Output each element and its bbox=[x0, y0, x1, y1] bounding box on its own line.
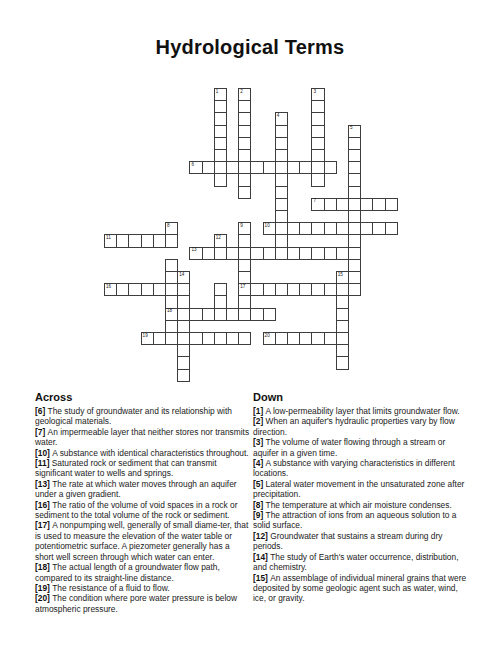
clue-9: [9] The attraction of ions from an aqueo… bbox=[253, 510, 468, 531]
clue-number-label-7: [7] bbox=[35, 427, 48, 437]
grid-cell-r6c12[interactable] bbox=[250, 161, 263, 174]
grid-cell-r3c20[interactable]: 5 bbox=[348, 125, 361, 138]
grid-cell-r12c9[interactable]: 12 bbox=[214, 234, 227, 247]
grid-cell-r16c17[interactable] bbox=[311, 283, 324, 296]
grid-cell-r16c13[interactable] bbox=[263, 283, 276, 296]
clue-number-11: 11 bbox=[106, 236, 111, 241]
grid-cell-r16c12[interactable] bbox=[250, 283, 263, 296]
clue-15: [15] An assemblage of individual mineral… bbox=[253, 573, 468, 604]
grid-cell-r17c19[interactable] bbox=[336, 295, 349, 308]
down-clue-list: [1] A low-permeability layer that limits… bbox=[253, 406, 468, 604]
clue-2: [2] When an aquifer's hydraulic properti… bbox=[253, 416, 468, 437]
grid-cell-r11c23[interactable] bbox=[385, 222, 398, 235]
grid-cell-r7c14[interactable] bbox=[275, 173, 288, 186]
grid-cell-r13c9[interactable] bbox=[214, 247, 227, 260]
clue-18: [18] The actual length of a groundwater … bbox=[35, 562, 250, 583]
grid-cell-r12c11[interactable] bbox=[238, 234, 251, 247]
clue-number-17: 17 bbox=[240, 285, 245, 290]
grid-cell-r6c8[interactable] bbox=[202, 161, 215, 174]
grid-cell-r13c20[interactable] bbox=[348, 247, 361, 260]
clue-number-label-1: [1] bbox=[253, 406, 266, 416]
grid-cell-r6c14[interactable] bbox=[275, 161, 288, 174]
grid-cell-r16c19[interactable] bbox=[336, 283, 349, 296]
clue-number-15: 15 bbox=[338, 273, 343, 278]
grid-cell-r16c18[interactable] bbox=[324, 283, 337, 296]
grid-cell-r20c16[interactable] bbox=[299, 332, 312, 345]
clue-number-label-13: [13] bbox=[35, 479, 52, 489]
clue-number-label-14: [14] bbox=[253, 552, 270, 562]
clue-4: [4] A substance with varying characteris… bbox=[253, 458, 468, 479]
clue-number-10: 10 bbox=[265, 224, 270, 229]
clue-number-20: 20 bbox=[265, 334, 270, 339]
clue-number-label-10: [10] bbox=[35, 448, 52, 458]
grid-cell-r9c18[interactable] bbox=[324, 198, 337, 211]
grid-cell-r8c20[interactable] bbox=[348, 186, 361, 199]
clue-6: [6] The study of groundwater and its rel… bbox=[35, 406, 250, 427]
clue-number-label-9: [9] bbox=[253, 510, 266, 520]
grid-cell-r12c4[interactable] bbox=[153, 234, 166, 247]
grid-cell-r7c17[interactable] bbox=[311, 173, 324, 186]
grid-cell-r4c14[interactable] bbox=[275, 137, 288, 150]
clue-10: [10] A substance with identical characte… bbox=[35, 448, 250, 458]
grid-cell-r8c14[interactable] bbox=[275, 186, 288, 199]
grid-cell-r16c20[interactable] bbox=[348, 283, 361, 296]
grid-cell-r13c13[interactable] bbox=[263, 247, 276, 260]
grid-cell-r18c6[interactable] bbox=[177, 308, 190, 321]
grid-cell-r20c4[interactable] bbox=[153, 332, 166, 345]
grid-cell-r4c11[interactable] bbox=[238, 137, 251, 150]
clue-number-1: 1 bbox=[216, 90, 219, 95]
grid-cell-r9c22[interactable] bbox=[372, 198, 385, 211]
grid-cell-r3c11[interactable] bbox=[238, 125, 251, 138]
grid-cell-r16c6[interactable] bbox=[177, 283, 190, 296]
grid-cell-r2c9[interactable] bbox=[214, 112, 227, 125]
grid-cell-r14c11[interactable] bbox=[238, 259, 251, 272]
clue-17: [17] A nonpumping well, generally of sma… bbox=[35, 520, 250, 562]
grid-cell-r16c14[interactable] bbox=[275, 283, 288, 296]
grid-cell-r21c19[interactable] bbox=[336, 344, 349, 357]
grid-cell-r4c17[interactable] bbox=[311, 137, 324, 150]
clue-number-label-18: [18] bbox=[35, 562, 52, 572]
grid-cell-r12c20[interactable] bbox=[348, 234, 361, 247]
grid-cell-r16c4[interactable] bbox=[153, 283, 166, 296]
grid-cell-r20c7[interactable] bbox=[189, 332, 202, 345]
grid-cell-r18c7[interactable] bbox=[189, 308, 202, 321]
clue-number-3: 3 bbox=[313, 90, 316, 95]
grid-cell-r11c21[interactable] bbox=[360, 222, 373, 235]
grid-cell-r11c5[interactable]: 8 bbox=[165, 222, 178, 235]
grid-cell-r16c9[interactable] bbox=[214, 283, 227, 296]
grid-cell-r20c3[interactable]: 19 bbox=[141, 332, 154, 345]
grid-cell-r23c6[interactable] bbox=[177, 369, 190, 382]
grid-cell-r6c9[interactable] bbox=[214, 161, 227, 174]
grid-cell-r19c19[interactable] bbox=[336, 320, 349, 333]
grid-cell-r6c16[interactable] bbox=[299, 161, 312, 174]
clue-number-label-3: [3] bbox=[253, 437, 266, 447]
grid-cell-r19c6[interactable] bbox=[177, 320, 190, 333]
clue-number-label-16: [16] bbox=[35, 500, 52, 510]
grid-cell-r1c9[interactable] bbox=[214, 100, 227, 113]
clue-number-label-8: [8] bbox=[253, 500, 266, 510]
grid-cell-r16c11[interactable]: 17 bbox=[238, 283, 251, 296]
grid-cell-r1c11[interactable] bbox=[238, 100, 251, 113]
clue-number-label-6: [6] bbox=[35, 406, 48, 416]
grid-cell-r18c19[interactable] bbox=[336, 308, 349, 321]
clue-3: [3] The volume of water flowing through … bbox=[253, 437, 468, 458]
grid-cell-r13c14[interactable] bbox=[275, 247, 288, 260]
clue-number-14: 14 bbox=[179, 273, 184, 278]
clue-number-13: 13 bbox=[191, 248, 196, 253]
grid-cell-r7c20[interactable] bbox=[348, 173, 361, 186]
clue-number-2: 2 bbox=[240, 90, 243, 95]
grid-cell-r6c20[interactable] bbox=[348, 161, 361, 174]
clue-1: [1] A low-permeability layer that limits… bbox=[253, 406, 468, 416]
clue-8: [8] The temperature at which air moistur… bbox=[253, 500, 468, 510]
grid-cell-r7c11[interactable] bbox=[238, 173, 251, 186]
grid-cell-r2c14[interactable]: 4 bbox=[275, 112, 288, 125]
clue-number-label-12: [12] bbox=[253, 531, 270, 541]
grid-cell-r12c3[interactable] bbox=[141, 234, 154, 247]
grid-cell-r6c18[interactable] bbox=[324, 161, 337, 174]
clue-number-9: 9 bbox=[240, 224, 243, 229]
page-title: Hydrological Terms bbox=[0, 36, 500, 59]
clue-number-label-5: [5] bbox=[253, 479, 266, 489]
clue-number-label-11: [11] bbox=[35, 458, 52, 468]
clue-14: [14] The study of Earth's water occurren… bbox=[253, 552, 468, 573]
grid-cell-r6c11[interactable] bbox=[238, 161, 251, 174]
grid-cell-r20c14[interactable] bbox=[275, 332, 288, 345]
grid-cell-r6c7[interactable]: 6 bbox=[189, 161, 202, 174]
grid-cell-r17c11[interactable] bbox=[238, 295, 251, 308]
clue-number-19: 19 bbox=[143, 334, 148, 339]
across-clue-list: [6] The study of groundwater and its rel… bbox=[35, 406, 250, 614]
grid-cell-r13c19[interactable] bbox=[336, 247, 349, 260]
grid-cell-r1c17[interactable] bbox=[311, 100, 324, 113]
grid-cell-r20c17[interactable] bbox=[311, 332, 324, 345]
clue-number-16: 16 bbox=[106, 285, 111, 290]
grid-cell-r22c6[interactable] bbox=[177, 356, 190, 369]
grid-cell-r14c5[interactable] bbox=[165, 259, 178, 272]
grid-cell-r12c14[interactable] bbox=[275, 234, 288, 247]
down-clues-section: Down [1] A low-permeability layer that l… bbox=[253, 391, 468, 604]
grid-cell-r3c9[interactable] bbox=[214, 125, 227, 138]
grid-cell-r11c17[interactable] bbox=[311, 222, 324, 235]
clue-number-label-20: [20] bbox=[35, 593, 52, 603]
grid-cell-r11c14[interactable] bbox=[275, 222, 288, 235]
grid-cell-r18c12[interactable] bbox=[250, 308, 263, 321]
clue-number-label-17: [17] bbox=[35, 520, 52, 530]
clue-16: [16] The ratio of the volume of void spa… bbox=[35, 500, 250, 521]
grid-cell-r13c8[interactable] bbox=[202, 247, 215, 260]
grid-cell-r3c17[interactable] bbox=[311, 125, 324, 138]
grid-cell-r17c9[interactable] bbox=[214, 295, 227, 308]
grid-cell-r22c19[interactable] bbox=[336, 356, 349, 369]
clue-5: [5] Lateral water movement in the unsatu… bbox=[253, 479, 468, 500]
grid-cell-r3c14[interactable] bbox=[275, 125, 288, 138]
clue-20: [20] The condition where pore water pres… bbox=[35, 593, 250, 614]
grid-cell-r8c11[interactable] bbox=[238, 186, 251, 199]
grid-cell-r9c19[interactable] bbox=[336, 198, 349, 211]
grid-cell-r13c11[interactable] bbox=[238, 247, 251, 260]
grid-cell-r2c17[interactable] bbox=[311, 112, 324, 125]
grid-cell-r20c9[interactable] bbox=[214, 332, 227, 345]
grid-cell-r18c13[interactable] bbox=[263, 308, 276, 321]
clue-number-label-19: [19] bbox=[35, 583, 52, 593]
across-heading: Across bbox=[35, 391, 250, 403]
grid-cell-r18c8[interactable] bbox=[202, 308, 215, 321]
grid-cell-r7c9[interactable] bbox=[214, 173, 227, 186]
clue-11: [11] Saturated rock or sediment that can… bbox=[35, 458, 250, 479]
grid-cell-r9c21[interactable] bbox=[360, 198, 373, 211]
clue-12: [12] Groundwater that sustains a stream … bbox=[253, 531, 468, 552]
grid-cell-r13c12[interactable] bbox=[250, 247, 263, 260]
clue-number-4: 4 bbox=[277, 114, 280, 119]
grid-cell-r12c1[interactable] bbox=[116, 234, 129, 247]
grid-cell-r11c13[interactable]: 10 bbox=[263, 222, 276, 235]
grid-cell-r18c11[interactable] bbox=[238, 308, 251, 321]
grid-cell-r20c8[interactable] bbox=[202, 332, 215, 345]
grid-cell-r17c6[interactable] bbox=[177, 295, 190, 308]
clue-number-label-2: [2] bbox=[253, 416, 266, 426]
grid-cell-r12c2[interactable] bbox=[128, 234, 141, 247]
crossword-grid: 1234567891011121314151617181920 bbox=[104, 88, 398, 382]
clue-number-label-4: [4] bbox=[253, 458, 266, 468]
clue-number-label-15: [15] bbox=[253, 573, 270, 583]
grid-cell-r20c11[interactable] bbox=[238, 332, 251, 345]
clue-number-5: 5 bbox=[350, 126, 353, 131]
grid-cell-r11c19[interactable] bbox=[336, 222, 349, 235]
grid-cell-r21c6[interactable] bbox=[177, 344, 190, 357]
clue-number-12: 12 bbox=[216, 236, 221, 241]
clue-number-8: 8 bbox=[167, 224, 170, 229]
clue-7: [7] An impermeable layer that neither st… bbox=[35, 427, 250, 448]
grid-cell-r4c20[interactable] bbox=[348, 137, 361, 150]
grid-cell-r16c3[interactable] bbox=[141, 283, 154, 296]
grid-cell-r13c18[interactable] bbox=[324, 247, 337, 260]
grid-cell-r11c18[interactable] bbox=[324, 222, 337, 235]
grid-cell-r11c22[interactable] bbox=[372, 222, 385, 235]
clue-19: [19] The resistance of a fluid to flow. bbox=[35, 583, 250, 593]
grid-cell-r13c16[interactable] bbox=[299, 247, 312, 260]
grid-cell-r18c9[interactable] bbox=[214, 308, 227, 321]
grid-cell-r9c14[interactable] bbox=[275, 198, 288, 211]
grid-cell-r11c16[interactable] bbox=[299, 222, 312, 235]
grid-cell-r12c5[interactable] bbox=[165, 234, 178, 247]
clue-number-7: 7 bbox=[313, 199, 316, 204]
clue-13: [13] The rate at which water moves throu… bbox=[35, 479, 250, 500]
clue-number-18: 18 bbox=[167, 309, 172, 314]
grid-cell-r11c11[interactable]: 9 bbox=[238, 222, 251, 235]
grid-cell-r6c13[interactable] bbox=[263, 161, 276, 174]
grid-cell-r2c11[interactable] bbox=[238, 112, 251, 125]
across-clues-section: Across [6] The study of groundwater and … bbox=[35, 391, 250, 614]
grid-cell-r16c16[interactable] bbox=[299, 283, 312, 296]
down-heading: Down bbox=[253, 391, 468, 403]
grid-cell-r16c1[interactable] bbox=[116, 283, 129, 296]
grid-cell-r14c20[interactable] bbox=[348, 259, 361, 272]
grid-cell-r13c17[interactable] bbox=[311, 247, 324, 260]
grid-cell-r4c9[interactable] bbox=[214, 137, 227, 150]
grid-cell-r9c17[interactable]: 7 bbox=[311, 198, 324, 211]
grid-cell-r20c18[interactable] bbox=[324, 332, 337, 345]
grid-cell-r16c2[interactable] bbox=[128, 283, 141, 296]
grid-cell-r9c23[interactable] bbox=[385, 198, 398, 211]
grid-cell-r13c7[interactable]: 13 bbox=[189, 247, 202, 260]
grid-cell-r6c17[interactable] bbox=[311, 161, 324, 174]
clue-number-6: 6 bbox=[191, 163, 194, 168]
grid-cell-r20c13[interactable]: 20 bbox=[263, 332, 276, 345]
